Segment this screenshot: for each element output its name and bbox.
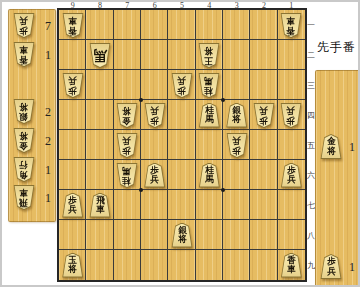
rank-label: 八 bbox=[307, 230, 315, 241]
rank-label: 五 bbox=[307, 140, 315, 151]
board-square[interactable] bbox=[114, 40, 141, 70]
board-square[interactable] bbox=[86, 130, 113, 160]
board-square[interactable] bbox=[168, 40, 195, 70]
hand-count: 2 bbox=[45, 133, 51, 148]
board-square[interactable] bbox=[250, 40, 277, 70]
rank-label: 六 bbox=[307, 170, 315, 181]
shogi-piece[interactable]: 玉将 bbox=[62, 253, 84, 278]
turn-indicator: 先手番 bbox=[317, 39, 360, 56]
board-square[interactable] bbox=[59, 160, 86, 190]
board-square[interactable] bbox=[59, 40, 86, 70]
board-square[interactable] bbox=[223, 250, 250, 280]
gote-hand-item[interactable]: 角行1 bbox=[9, 157, 55, 183]
shogi-piece[interactable]: 歩兵 bbox=[144, 103, 166, 128]
hand-count: 7 bbox=[45, 19, 51, 34]
sente-hand-item[interactable]: 歩兵1 bbox=[316, 254, 359, 280]
board-square[interactable] bbox=[250, 70, 277, 100]
gote-hand-item[interactable]: 銀将2 bbox=[9, 99, 55, 125]
board-square[interactable] bbox=[278, 220, 305, 250]
rank-label: 二 bbox=[307, 50, 315, 61]
shogi-piece[interactable]: 銀将 bbox=[171, 223, 193, 248]
board-square[interactable] bbox=[141, 10, 168, 40]
board-square[interactable] bbox=[168, 130, 195, 160]
shogi-piece[interactable]: 角行 bbox=[13, 157, 35, 182]
board-square[interactable] bbox=[223, 70, 250, 100]
shogi-piece[interactable]: 桂馬 bbox=[198, 163, 220, 188]
gote-hand-stand: 歩兵7香車1銀将2金将2角行1飛車1 bbox=[8, 9, 56, 222]
board-square[interactable] bbox=[168, 160, 195, 190]
board-square[interactable] bbox=[114, 10, 141, 40]
hand-count: 1 bbox=[45, 47, 51, 62]
shogi-piece[interactable]: 歩兵 bbox=[13, 13, 35, 38]
shogi-piece[interactable]: 歩兵 bbox=[116, 133, 138, 158]
shogi-piece[interactable]: 銀将 bbox=[13, 99, 35, 124]
board-square[interactable] bbox=[168, 250, 195, 280]
gote-hand-item[interactable]: 歩兵7 bbox=[9, 13, 55, 39]
board-square[interactable] bbox=[168, 100, 195, 130]
hand-count: 1 bbox=[45, 162, 51, 177]
shogi-board: 香車香車馬王将歩兵歩兵桂馬金将歩兵桂馬銀将歩兵歩兵歩兵歩兵桂馬歩兵桂馬歩兵歩兵飛… bbox=[57, 8, 307, 282]
shogi-piece[interactable]: 桂馬 bbox=[198, 103, 220, 128]
board-square[interactable] bbox=[59, 100, 86, 130]
gote-hand-item[interactable]: 金将2 bbox=[9, 128, 55, 154]
board-square[interactable] bbox=[250, 250, 277, 280]
board-square[interactable] bbox=[196, 250, 223, 280]
shogi-piece[interactable]: 香車 bbox=[280, 13, 302, 38]
board-square[interactable] bbox=[86, 70, 113, 100]
gote-hand-item[interactable]: 香車1 bbox=[9, 42, 55, 68]
hand-count: 1 bbox=[349, 260, 355, 275]
board-square[interactable] bbox=[168, 10, 195, 40]
shogi-piece[interactable]: 歩兵 bbox=[144, 163, 166, 188]
shogi-piece[interactable]: 金将 bbox=[13, 128, 35, 153]
shogi-piece[interactable]: 歩兵 bbox=[253, 103, 275, 128]
sente-hand-stand: 金将1歩兵1 bbox=[315, 70, 360, 287]
board-square[interactable] bbox=[86, 100, 113, 130]
hoshi-dot bbox=[221, 188, 225, 192]
hand-count: 2 bbox=[45, 105, 51, 120]
hoshi-dot bbox=[139, 98, 143, 102]
rank-label: 四 bbox=[307, 110, 315, 121]
board-square[interactable] bbox=[223, 190, 250, 220]
board-square[interactable] bbox=[168, 190, 195, 220]
shogi-piece[interactable]: 歩兵 bbox=[226, 133, 248, 158]
shogi-piece[interactable]: 歩兵 bbox=[280, 103, 302, 128]
board-square[interactable] bbox=[59, 130, 86, 160]
board-square[interactable] bbox=[114, 190, 141, 220]
board-square[interactable] bbox=[278, 190, 305, 220]
board-square[interactable] bbox=[141, 190, 168, 220]
shogi-piece[interactable]: 桂馬 bbox=[116, 163, 138, 188]
hand-count: 1 bbox=[45, 191, 51, 206]
board-square[interactable] bbox=[86, 250, 113, 280]
board-square[interactable] bbox=[141, 130, 168, 160]
board-square[interactable] bbox=[196, 130, 223, 160]
board-square[interactable] bbox=[250, 10, 277, 40]
board-square[interactable] bbox=[141, 70, 168, 100]
shogi-piece[interactable]: 香車 bbox=[13, 42, 35, 67]
gote-hand-item[interactable]: 飛車1 bbox=[9, 185, 55, 211]
board-square[interactable] bbox=[250, 220, 277, 250]
board-square[interactable] bbox=[86, 160, 113, 190]
board-square[interactable] bbox=[141, 250, 168, 280]
shogi-piece[interactable]: 香車 bbox=[62, 13, 84, 38]
shogi-piece[interactable]: 香車 bbox=[280, 253, 302, 278]
hoshi-dot bbox=[221, 98, 225, 102]
board-square[interactable] bbox=[59, 220, 86, 250]
board-square[interactable] bbox=[114, 220, 141, 250]
board-square[interactable] bbox=[196, 10, 223, 40]
board-square[interactable] bbox=[141, 40, 168, 70]
rank-label: 九 bbox=[307, 260, 315, 271]
board-square[interactable] bbox=[223, 10, 250, 40]
board-square[interactable] bbox=[141, 220, 168, 250]
sente-hand-item[interactable]: 金将1 bbox=[316, 134, 359, 160]
board-square[interactable] bbox=[196, 220, 223, 250]
board-square[interactable] bbox=[86, 10, 113, 40]
board-square[interactable] bbox=[250, 160, 277, 190]
shogi-piece[interactable]: 金将 bbox=[116, 103, 138, 128]
board-square[interactable] bbox=[196, 190, 223, 220]
board-square[interactable] bbox=[278, 70, 305, 100]
shogi-piece[interactable]: 歩兵 bbox=[171, 73, 193, 98]
shogi-piece[interactable]: 飛車 bbox=[13, 185, 35, 210]
rank-label: 七 bbox=[307, 200, 315, 211]
rank-label: 一 bbox=[307, 20, 315, 31]
shogi-piece[interactable]: 王将 bbox=[198, 43, 220, 68]
shogi-piece[interactable]: 金将 bbox=[320, 134, 342, 159]
board-square[interactable] bbox=[278, 130, 305, 160]
hand-count: 1 bbox=[349, 140, 355, 155]
shogi-piece[interactable]: 歩兵 bbox=[62, 73, 84, 98]
board-square[interactable] bbox=[223, 160, 250, 190]
board-square[interactable] bbox=[278, 40, 305, 70]
board-square[interactable] bbox=[250, 190, 277, 220]
shogi-piece[interactable]: 歩兵 bbox=[320, 254, 342, 279]
shogi-piece[interactable]: 桂馬 bbox=[198, 73, 220, 98]
board-square[interactable] bbox=[114, 70, 141, 100]
rank-label: 三 bbox=[307, 80, 315, 91]
board-square[interactable] bbox=[223, 40, 250, 70]
shogi-piece[interactable]: 飛車 bbox=[89, 193, 111, 218]
board-square[interactable] bbox=[223, 220, 250, 250]
hoshi-dot bbox=[139, 188, 143, 192]
shogi-piece[interactable]: 馬 bbox=[89, 43, 111, 68]
shogi-piece[interactable]: 銀将 bbox=[226, 103, 248, 128]
shogi-piece[interactable]: 歩兵 bbox=[62, 193, 84, 218]
shogi-piece[interactable]: 歩兵 bbox=[280, 163, 302, 188]
board-square[interactable] bbox=[250, 130, 277, 160]
board-square[interactable] bbox=[86, 220, 113, 250]
shogi-diagram: 歩兵7香車1銀将2金将2角行1飛車1 987654321 一二三四五六七八九 香… bbox=[0, 0, 360, 287]
board-square[interactable] bbox=[114, 250, 141, 280]
